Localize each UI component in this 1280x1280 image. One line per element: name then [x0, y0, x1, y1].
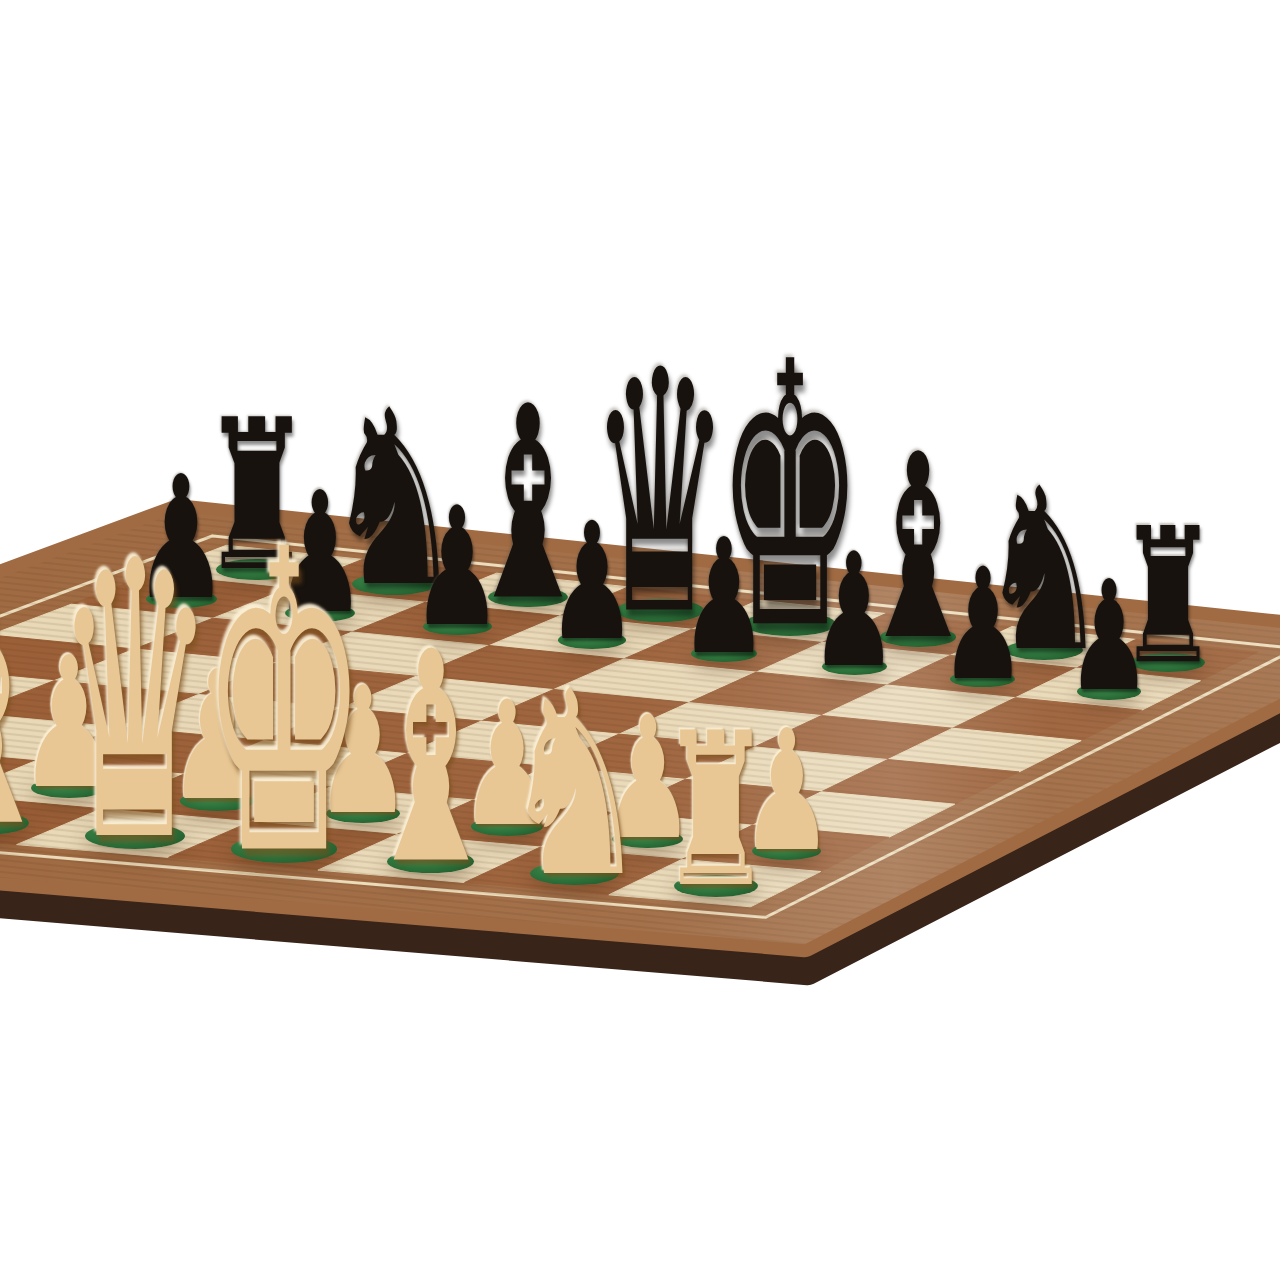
gloss-sheen-overlay: [0, 0, 1280, 1280]
chess-set-photo: ♜♞♝♛♚♝♞♜♟♟♟♟♟♟♟♟♟♟♟♟♟♟♟♟♜♞♝♛♚♝♞♜: [0, 0, 1280, 1280]
chess-board: [0, 0, 1280, 1280]
